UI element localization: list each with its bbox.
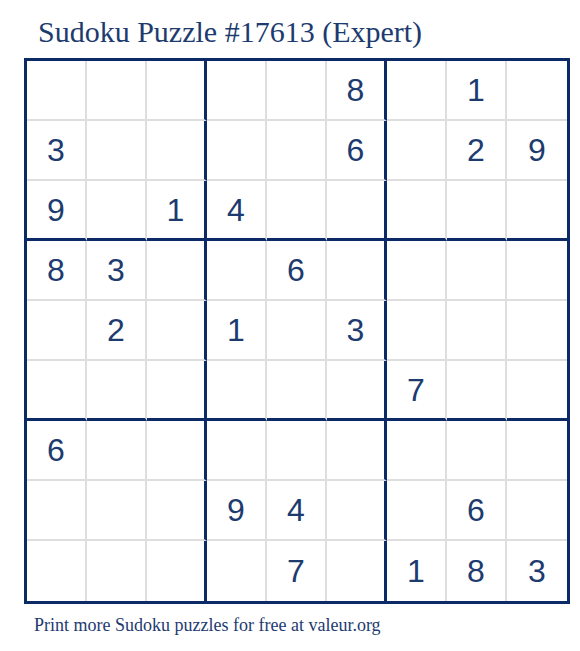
cell-r8c3 — [147, 481, 207, 541]
footer-credit: Print more Sudoku puzzles for free at va… — [34, 615, 381, 636]
cell-r3c5 — [267, 181, 327, 241]
cell-r2c3 — [147, 121, 207, 181]
cell-r8c6 — [327, 481, 387, 541]
cell-r9c1 — [27, 541, 87, 601]
cell-r2c9: 9 — [507, 121, 567, 181]
cell-r5c2: 2 — [87, 301, 147, 361]
cell-r9c6 — [327, 541, 387, 601]
cell-r4c8 — [447, 241, 507, 301]
cell-r7c6 — [327, 421, 387, 481]
cell-r8c9 — [507, 481, 567, 541]
cell-r4c5: 6 — [267, 241, 327, 301]
cell-r8c7 — [387, 481, 447, 541]
cell-r3c8 — [447, 181, 507, 241]
cell-r2c6: 6 — [327, 121, 387, 181]
cell-r5c8 — [447, 301, 507, 361]
cell-r7c1: 6 — [27, 421, 87, 481]
cell-r9c8: 8 — [447, 541, 507, 601]
cell-r1c3 — [147, 61, 207, 121]
cell-r6c9 — [507, 361, 567, 421]
cell-r2c1: 3 — [27, 121, 87, 181]
cell-r3c3: 1 — [147, 181, 207, 241]
cell-r6c6 — [327, 361, 387, 421]
cell-r6c2 — [87, 361, 147, 421]
cell-r7c5 — [267, 421, 327, 481]
cell-r8c1 — [27, 481, 87, 541]
cell-r7c3 — [147, 421, 207, 481]
cell-r8c2 — [87, 481, 147, 541]
cell-r4c7 — [387, 241, 447, 301]
cell-r7c8 — [447, 421, 507, 481]
cell-r2c5 — [267, 121, 327, 181]
cell-r6c7: 7 — [387, 361, 447, 421]
cell-r9c9: 3 — [507, 541, 567, 601]
cell-r5c7 — [387, 301, 447, 361]
cell-r3c2 — [87, 181, 147, 241]
cell-r6c3 — [147, 361, 207, 421]
cell-r7c4 — [207, 421, 267, 481]
cell-r1c7 — [387, 61, 447, 121]
cell-r5c5 — [267, 301, 327, 361]
cell-r6c4 — [207, 361, 267, 421]
cell-r2c2 — [87, 121, 147, 181]
cell-r7c7 — [387, 421, 447, 481]
page-title: Sudoku Puzzle #17613 (Expert) — [38, 15, 422, 49]
cell-r4c9 — [507, 241, 567, 301]
cell-r1c8: 1 — [447, 61, 507, 121]
cell-r9c3 — [147, 541, 207, 601]
cell-r9c4 — [207, 541, 267, 601]
sudoku-board: 813629914836213769467183 — [24, 58, 570, 604]
cell-r5c1 — [27, 301, 87, 361]
cell-r5c3 — [147, 301, 207, 361]
cell-r3c6 — [327, 181, 387, 241]
cell-r6c8 — [447, 361, 507, 421]
cell-r8c4: 9 — [207, 481, 267, 541]
cell-r8c5: 4 — [267, 481, 327, 541]
sudoku-page: Sudoku Puzzle #17613 (Expert) 8136299148… — [0, 0, 580, 651]
cell-r4c2: 3 — [87, 241, 147, 301]
cell-r4c4 — [207, 241, 267, 301]
cell-r1c6: 8 — [327, 61, 387, 121]
cell-r3c4: 4 — [207, 181, 267, 241]
cell-r4c3 — [147, 241, 207, 301]
cell-r1c1 — [27, 61, 87, 121]
cell-r2c8: 2 — [447, 121, 507, 181]
cell-r5c4: 1 — [207, 301, 267, 361]
cell-r3c9 — [507, 181, 567, 241]
cell-r6c1 — [27, 361, 87, 421]
cell-r3c1: 9 — [27, 181, 87, 241]
cell-r1c2 — [87, 61, 147, 121]
cell-r9c5: 7 — [267, 541, 327, 601]
cell-r4c6 — [327, 241, 387, 301]
cell-r1c9 — [507, 61, 567, 121]
cell-r7c9 — [507, 421, 567, 481]
cell-r7c2 — [87, 421, 147, 481]
cell-r9c7: 1 — [387, 541, 447, 601]
cell-r8c8: 6 — [447, 481, 507, 541]
cell-r1c5 — [267, 61, 327, 121]
cell-r4c1: 8 — [27, 241, 87, 301]
cell-r3c7 — [387, 181, 447, 241]
cell-r2c4 — [207, 121, 267, 181]
cell-r9c2 — [87, 541, 147, 601]
cell-r5c9 — [507, 301, 567, 361]
cell-r1c4 — [207, 61, 267, 121]
cell-r5c6: 3 — [327, 301, 387, 361]
cell-r6c5 — [267, 361, 327, 421]
cell-r2c7 — [387, 121, 447, 181]
